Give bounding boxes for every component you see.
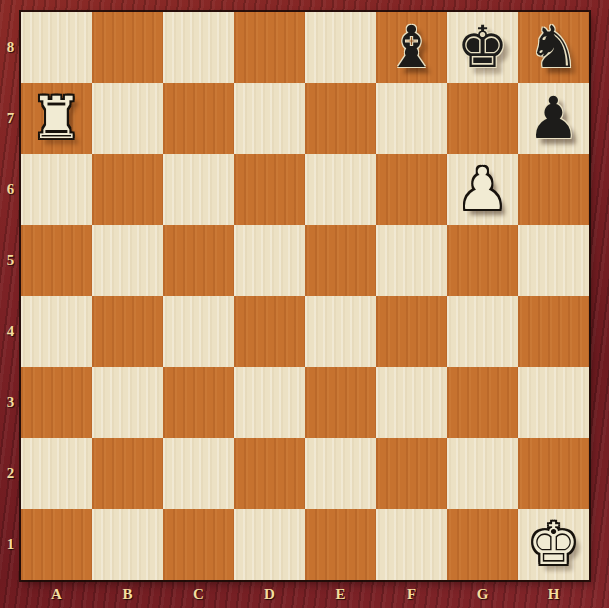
- square-c1[interactable]: [163, 509, 234, 580]
- square-h6[interactable]: [518, 154, 589, 225]
- square-g6[interactable]: ♟: [447, 154, 518, 225]
- square-d8[interactable]: [234, 12, 305, 83]
- square-h3[interactable]: [518, 367, 589, 438]
- square-d3[interactable]: [234, 367, 305, 438]
- file-label-f: F: [376, 580, 447, 608]
- square-a1[interactable]: [21, 509, 92, 580]
- square-e1[interactable]: [305, 509, 376, 580]
- chess-board[interactable]: ♝♚♞♜♟♟♚: [21, 12, 589, 580]
- square-g1[interactable]: [447, 509, 518, 580]
- file-label-c: C: [163, 580, 234, 608]
- square-f5[interactable]: [376, 225, 447, 296]
- file-labels: ABCDEFGH: [21, 580, 589, 608]
- rank-label-2: 2: [0, 438, 21, 509]
- square-f6[interactable]: [376, 154, 447, 225]
- square-d1[interactable]: [234, 509, 305, 580]
- square-h5[interactable]: [518, 225, 589, 296]
- square-f7[interactable]: [376, 83, 447, 154]
- square-d5[interactable]: [234, 225, 305, 296]
- piece-black-bishop[interactable]: ♝: [386, 12, 438, 83]
- square-d6[interactable]: [234, 154, 305, 225]
- square-a7[interactable]: ♜: [21, 83, 92, 154]
- square-a6[interactable]: [21, 154, 92, 225]
- square-h8[interactable]: ♞: [518, 12, 589, 83]
- rank-label-4: 4: [0, 296, 21, 367]
- square-a3[interactable]: [21, 367, 92, 438]
- square-h4[interactable]: [518, 296, 589, 367]
- square-a8[interactable]: [21, 12, 92, 83]
- square-b7[interactable]: [92, 83, 163, 154]
- square-g5[interactable]: [447, 225, 518, 296]
- square-e3[interactable]: [305, 367, 376, 438]
- square-d7[interactable]: [234, 83, 305, 154]
- square-h7[interactable]: ♟: [518, 83, 589, 154]
- file-label-a: A: [21, 580, 92, 608]
- rank-label-1: 1: [0, 509, 21, 580]
- square-f1[interactable]: [376, 509, 447, 580]
- file-label-b: B: [92, 580, 163, 608]
- square-c6[interactable]: [163, 154, 234, 225]
- piece-white-king[interactable]: ♚: [528, 509, 580, 580]
- square-b2[interactable]: [92, 438, 163, 509]
- square-a2[interactable]: [21, 438, 92, 509]
- square-a4[interactable]: [21, 296, 92, 367]
- square-h2[interactable]: [518, 438, 589, 509]
- square-g2[interactable]: [447, 438, 518, 509]
- square-f4[interactable]: [376, 296, 447, 367]
- rank-label-6: 6: [0, 154, 21, 225]
- square-e7[interactable]: [305, 83, 376, 154]
- piece-black-king[interactable]: ♚: [457, 12, 509, 83]
- square-g4[interactable]: [447, 296, 518, 367]
- piece-black-pawn[interactable]: ♟: [528, 83, 580, 154]
- square-e6[interactable]: [305, 154, 376, 225]
- square-d2[interactable]: [234, 438, 305, 509]
- file-label-d: D: [234, 580, 305, 608]
- board-frame: 87654321 ♝♚♞♜♟♟♚ ABCDEFGH: [0, 0, 609, 608]
- square-b5[interactable]: [92, 225, 163, 296]
- square-e2[interactable]: [305, 438, 376, 509]
- piece-white-rook[interactable]: ♜: [31, 83, 83, 154]
- square-g8[interactable]: ♚: [447, 12, 518, 83]
- square-e5[interactable]: [305, 225, 376, 296]
- square-c7[interactable]: [163, 83, 234, 154]
- square-b4[interactable]: [92, 296, 163, 367]
- square-h1[interactable]: ♚: [518, 509, 589, 580]
- piece-black-knight[interactable]: ♞: [528, 12, 580, 83]
- piece-white-pawn[interactable]: ♟: [457, 154, 509, 225]
- square-c3[interactable]: [163, 367, 234, 438]
- square-a5[interactable]: [21, 225, 92, 296]
- square-e8[interactable]: [305, 12, 376, 83]
- square-e4[interactable]: [305, 296, 376, 367]
- square-b6[interactable]: [92, 154, 163, 225]
- square-c2[interactable]: [163, 438, 234, 509]
- square-d4[interactable]: [234, 296, 305, 367]
- square-c5[interactable]: [163, 225, 234, 296]
- square-g3[interactable]: [447, 367, 518, 438]
- rank-label-8: 8: [0, 12, 21, 83]
- file-label-g: G: [447, 580, 518, 608]
- square-c8[interactable]: [163, 12, 234, 83]
- square-b1[interactable]: [92, 509, 163, 580]
- rank-label-5: 5: [0, 225, 21, 296]
- square-b3[interactable]: [92, 367, 163, 438]
- rank-label-7: 7: [0, 83, 21, 154]
- rank-labels: 87654321: [0, 12, 21, 580]
- square-b8[interactable]: [92, 12, 163, 83]
- file-label-h: H: [518, 580, 589, 608]
- square-f8[interactable]: ♝: [376, 12, 447, 83]
- file-label-e: E: [305, 580, 376, 608]
- square-f3[interactable]: [376, 367, 447, 438]
- rank-label-3: 3: [0, 367, 21, 438]
- square-c4[interactable]: [163, 296, 234, 367]
- square-g7[interactable]: [447, 83, 518, 154]
- square-f2[interactable]: [376, 438, 447, 509]
